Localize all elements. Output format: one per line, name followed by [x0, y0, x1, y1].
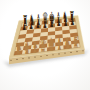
piece-white-knight-b1: ♞ [23, 38, 29, 58]
piece-white-knight-g1: ♞ [64, 33, 70, 53]
hinge-pin-dot [16, 59, 17, 60]
piece-white-bishop-c1: ♝ [32, 37, 38, 57]
piece-black-pawn-f7: ♟ [57, 19, 61, 29]
piece-white-rook-h1: ♜ [73, 32, 79, 52]
piece-white-rook-a1: ♜ [15, 39, 21, 59]
piece-black-pawn-g7: ♟ [63, 18, 67, 28]
photo-background: ♜♞♝♛♚♝♞♜♟♟♟♟♟♟♟♟♟♟♟♟♟♟♟♟♜♞♝♛♚♝♞♜ [0, 0, 90, 90]
hinge-pin-dot [34, 57, 35, 58]
chess-set-photo: ♜♞♝♛♚♝♞♜♟♟♟♟♟♟♟♟♟♟♟♟♟♟♟♟♜♞♝♛♚♝♞♜ [0, 0, 90, 90]
hinge-pin-dot [46, 55, 47, 56]
piece-white-bishop-f1: ♝ [56, 34, 62, 54]
piece-black-pawn-b7: ♟ [29, 21, 33, 31]
piece-black-pawn-h7: ♟ [70, 18, 74, 28]
hinge-pin-dot [40, 56, 41, 57]
hinge-pin-dot [82, 50, 83, 51]
piece-white-king-e1: ♚ [48, 34, 55, 55]
hinge-pin-dot [10, 60, 11, 61]
piece-black-pawn-c7: ♟ [36, 21, 40, 31]
piece-black-pawn-d7: ♟ [43, 20, 47, 30]
piece-white-queen-d1: ♛ [39, 35, 46, 56]
piece-black-pawn-a7: ♟ [22, 22, 26, 32]
hinge-pin-dot [22, 58, 23, 59]
piece-black-pawn-e7: ♟ [50, 20, 54, 30]
